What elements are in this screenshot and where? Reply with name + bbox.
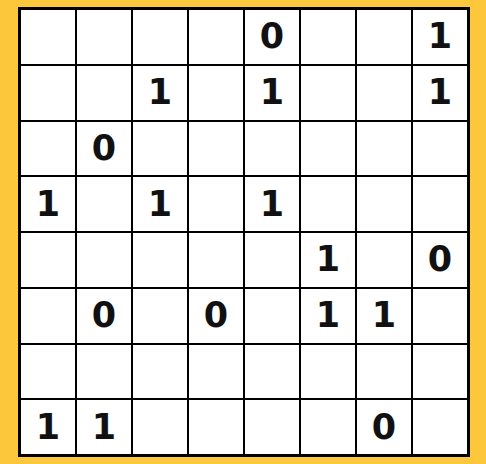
clue-cell: 1 bbox=[357, 289, 411, 343]
clue-cell: 0 bbox=[245, 10, 299, 64]
clue-cell: 0 bbox=[413, 233, 467, 287]
empty-cell[interactable] bbox=[245, 345, 299, 399]
empty-cell[interactable] bbox=[301, 177, 355, 231]
empty-cell[interactable] bbox=[77, 66, 131, 120]
empty-cell[interactable] bbox=[357, 177, 411, 231]
clue-cell: 0 bbox=[357, 400, 411, 454]
clue-cell: 1 bbox=[301, 233, 355, 287]
clue-cell: 0 bbox=[189, 289, 243, 343]
clue-cell: 1 bbox=[133, 177, 187, 231]
empty-cell[interactable] bbox=[301, 10, 355, 64]
empty-cell[interactable] bbox=[21, 289, 75, 343]
empty-cell[interactable] bbox=[133, 400, 187, 454]
empty-cell[interactable] bbox=[77, 10, 131, 64]
empty-cell[interactable] bbox=[413, 289, 467, 343]
empty-cell[interactable] bbox=[245, 289, 299, 343]
empty-cell[interactable] bbox=[189, 233, 243, 287]
clue-cell: 1 bbox=[21, 400, 75, 454]
empty-cell[interactable] bbox=[21, 66, 75, 120]
empty-cell[interactable] bbox=[189, 66, 243, 120]
empty-cell[interactable] bbox=[77, 345, 131, 399]
empty-cell[interactable] bbox=[21, 233, 75, 287]
clue-cell: 1 bbox=[413, 66, 467, 120]
empty-cell[interactable] bbox=[21, 122, 75, 176]
empty-cell[interactable] bbox=[357, 10, 411, 64]
empty-cell[interactable] bbox=[189, 177, 243, 231]
empty-cell[interactable] bbox=[413, 400, 467, 454]
empty-cell[interactable] bbox=[357, 122, 411, 176]
empty-cell[interactable] bbox=[301, 345, 355, 399]
empty-cell[interactable] bbox=[189, 10, 243, 64]
empty-cell[interactable] bbox=[21, 10, 75, 64]
empty-cell[interactable] bbox=[77, 177, 131, 231]
empty-cell[interactable] bbox=[357, 66, 411, 120]
clue-cell: 1 bbox=[133, 66, 187, 120]
empty-cell[interactable] bbox=[301, 400, 355, 454]
clue-cell: 1 bbox=[245, 66, 299, 120]
empty-cell[interactable] bbox=[245, 233, 299, 287]
empty-cell[interactable] bbox=[189, 345, 243, 399]
empty-cell[interactable] bbox=[133, 345, 187, 399]
empty-cell[interactable] bbox=[301, 66, 355, 120]
empty-cell[interactable] bbox=[245, 122, 299, 176]
clue-cell: 1 bbox=[245, 177, 299, 231]
empty-cell[interactable] bbox=[133, 233, 187, 287]
empty-cell[interactable] bbox=[245, 400, 299, 454]
empty-cell[interactable] bbox=[413, 345, 467, 399]
empty-cell[interactable] bbox=[189, 122, 243, 176]
clue-cell: 1 bbox=[21, 177, 75, 231]
clue-cell: 1 bbox=[413, 10, 467, 64]
empty-cell[interactable] bbox=[413, 122, 467, 176]
empty-cell[interactable] bbox=[77, 233, 131, 287]
empty-cell[interactable] bbox=[21, 345, 75, 399]
empty-cell[interactable] bbox=[133, 10, 187, 64]
empty-cell[interactable] bbox=[413, 177, 467, 231]
empty-cell[interactable] bbox=[357, 345, 411, 399]
clue-cell: 1 bbox=[301, 289, 355, 343]
empty-cell[interactable] bbox=[133, 289, 187, 343]
empty-cell[interactable] bbox=[133, 122, 187, 176]
clue-cell: 1 bbox=[77, 400, 131, 454]
empty-cell[interactable] bbox=[357, 233, 411, 287]
clue-cell: 0 bbox=[77, 122, 131, 176]
empty-cell[interactable] bbox=[301, 122, 355, 176]
clue-cell: 0 bbox=[77, 289, 131, 343]
empty-cell[interactable] bbox=[189, 400, 243, 454]
binairo-board: 011110111100011110 bbox=[18, 7, 470, 457]
